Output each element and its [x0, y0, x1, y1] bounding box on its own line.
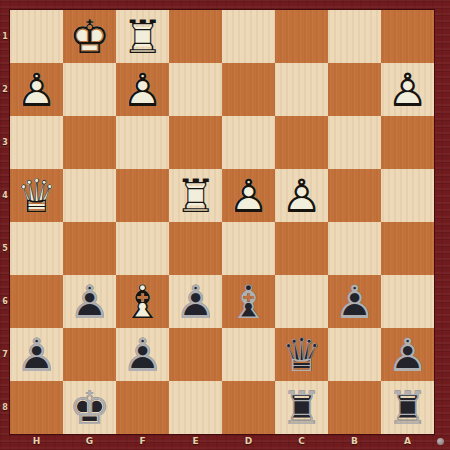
- square-c5[interactable]: [275, 222, 328, 275]
- black-pawn-glyph-outline: ♙: [334, 279, 375, 325]
- square-g1[interactable]: ♚♔: [63, 10, 116, 63]
- square-g6[interactable]: ♟♙: [63, 275, 116, 328]
- square-b8[interactable]: [328, 381, 381, 434]
- white-bishop-glyph-outline: ♗: [122, 279, 163, 325]
- square-d4[interactable]: ♟♙: [222, 169, 275, 222]
- file-label-b: B: [328, 434, 381, 450]
- square-e3[interactable]: [169, 116, 222, 169]
- square-b1[interactable]: [328, 10, 381, 63]
- square-b4[interactable]: [328, 169, 381, 222]
- piece-black-bishop[interactable]: ♝♗: [222, 275, 275, 328]
- square-f4[interactable]: [116, 169, 169, 222]
- square-e4[interactable]: ♜♖: [169, 169, 222, 222]
- white-rook-glyph-outline: ♖: [122, 14, 163, 60]
- square-b7[interactable]: [328, 328, 381, 381]
- square-e6[interactable]: ♟♙: [169, 275, 222, 328]
- file-label-d: D: [222, 434, 275, 450]
- square-c6[interactable]: [275, 275, 328, 328]
- piece-white-pawn[interactable]: ♟♙: [381, 63, 434, 116]
- rank-label-7: 7: [0, 328, 10, 381]
- square-b3[interactable]: [328, 116, 381, 169]
- square-g2[interactable]: [63, 63, 116, 116]
- square-f8[interactable]: [116, 381, 169, 434]
- piece-white-pawn[interactable]: ♟♙: [222, 169, 275, 222]
- rank-label-3: 3: [0, 116, 10, 169]
- square-f6[interactable]: ♝♗: [116, 275, 169, 328]
- piece-black-pawn[interactable]: ♟♙: [10, 328, 63, 381]
- square-d1[interactable]: [222, 10, 275, 63]
- white-queen-glyph-outline: ♕: [16, 173, 57, 219]
- square-a6[interactable]: [381, 275, 434, 328]
- file-label-h: H: [10, 434, 63, 450]
- square-e8[interactable]: [169, 381, 222, 434]
- piece-white-pawn[interactable]: ♟♙: [116, 63, 169, 116]
- file-label-f: F: [116, 434, 169, 450]
- square-c4[interactable]: ♟♙: [275, 169, 328, 222]
- piece-white-rook[interactable]: ♜♖: [169, 169, 222, 222]
- piece-black-rook[interactable]: ♜♖: [381, 381, 434, 434]
- square-g8[interactable]: ♚♔: [63, 381, 116, 434]
- square-a3[interactable]: [381, 116, 434, 169]
- white-pawn-glyph-outline: ♙: [281, 173, 322, 219]
- square-g4[interactable]: [63, 169, 116, 222]
- square-h2[interactable]: ♟♙: [10, 63, 63, 116]
- square-g5[interactable]: [63, 222, 116, 275]
- rank-label-8: 8: [0, 381, 10, 434]
- rank-label-4: 4: [0, 169, 10, 222]
- file-label-e: E: [169, 434, 222, 450]
- square-d2[interactable]: [222, 63, 275, 116]
- square-g7[interactable]: [63, 328, 116, 381]
- piece-black-queen[interactable]: ♛♕: [275, 328, 328, 381]
- square-d5[interactable]: [222, 222, 275, 275]
- piece-black-pawn[interactable]: ♟♙: [63, 275, 116, 328]
- square-h4[interactable]: ♛♕: [10, 169, 63, 222]
- square-h6[interactable]: [10, 275, 63, 328]
- black-pawn-glyph-outline: ♙: [69, 279, 110, 325]
- square-f2[interactable]: ♟♙: [116, 63, 169, 116]
- black-pawn-glyph-outline: ♙: [387, 332, 428, 378]
- square-d6[interactable]: ♝♗: [222, 275, 275, 328]
- square-e2[interactable]: [169, 63, 222, 116]
- file-label-g: G: [63, 434, 116, 450]
- square-h1[interactable]: [10, 10, 63, 63]
- square-a5[interactable]: [381, 222, 434, 275]
- square-g3[interactable]: [63, 116, 116, 169]
- square-e7[interactable]: [169, 328, 222, 381]
- white-king-glyph-outline: ♔: [69, 14, 110, 60]
- black-bishop-glyph-outline: ♗: [228, 279, 269, 325]
- file-label-c: C: [275, 434, 328, 450]
- square-f3[interactable]: [116, 116, 169, 169]
- square-a8[interactable]: ♜♖: [381, 381, 434, 434]
- square-d7[interactable]: [222, 328, 275, 381]
- square-h5[interactable]: [10, 222, 63, 275]
- square-a7[interactable]: ♟♙: [381, 328, 434, 381]
- black-pawn-glyph-outline: ♙: [175, 279, 216, 325]
- rank-label-2: 2: [0, 63, 10, 116]
- black-pawn-glyph-outline: ♙: [122, 332, 163, 378]
- rank-label-1: 1: [0, 10, 10, 63]
- square-b2[interactable]: [328, 63, 381, 116]
- piece-white-pawn[interactable]: ♟♙: [10, 63, 63, 116]
- square-a4[interactable]: [381, 169, 434, 222]
- black-rook-glyph-outline: ♖: [387, 385, 428, 431]
- square-b6[interactable]: ♟♙: [328, 275, 381, 328]
- white-pawn-glyph-outline: ♙: [228, 173, 269, 219]
- square-c8[interactable]: ♜♖: [275, 381, 328, 434]
- piece-white-pawn[interactable]: ♟♙: [275, 169, 328, 222]
- corner-dot: [437, 438, 444, 445]
- square-h3[interactable]: [10, 116, 63, 169]
- white-pawn-glyph-outline: ♙: [16, 67, 57, 113]
- square-d3[interactable]: [222, 116, 275, 169]
- piece-black-pawn[interactable]: ♟♙: [169, 275, 222, 328]
- square-b5[interactable]: [328, 222, 381, 275]
- piece-black-rook[interactable]: ♜♖: [275, 381, 328, 434]
- square-c2[interactable]: [275, 63, 328, 116]
- piece-black-king[interactable]: ♚♔: [63, 381, 116, 434]
- piece-white-bishop[interactable]: ♝♗: [116, 275, 169, 328]
- chessboard-frame: ♚♔♜♖♟♙♟♙♟♙♛♕♜♖♟♙♟♙♟♙♝♗♟♙♝♗♟♙♟♙♟♙♛♕♟♙♚♔♜♖…: [0, 0, 450, 450]
- square-e1[interactable]: [169, 10, 222, 63]
- square-c7[interactable]: ♛♕: [275, 328, 328, 381]
- rank-label-5: 5: [0, 222, 10, 275]
- piece-black-pawn[interactable]: ♟♙: [381, 328, 434, 381]
- square-a1[interactable]: [381, 10, 434, 63]
- square-d8[interactable]: [222, 381, 275, 434]
- rank-label-6: 6: [0, 275, 10, 328]
- square-c1[interactable]: [275, 10, 328, 63]
- black-king-glyph-outline: ♔: [69, 385, 110, 431]
- black-rook-glyph-outline: ♖: [281, 385, 322, 431]
- square-e5[interactable]: [169, 222, 222, 275]
- black-queen-glyph-outline: ♕: [281, 332, 322, 378]
- chessboard: ♚♔♜♖♟♙♟♙♟♙♛♕♜♖♟♙♟♙♟♙♝♗♟♙♝♗♟♙♟♙♟♙♛♕♟♙♚♔♜♖…: [10, 10, 434, 434]
- piece-black-pawn[interactable]: ♟♙: [328, 275, 381, 328]
- square-f7[interactable]: ♟♙: [116, 328, 169, 381]
- square-h7[interactable]: ♟♙: [10, 328, 63, 381]
- white-pawn-glyph-outline: ♙: [387, 67, 428, 113]
- piece-white-rook[interactable]: ♜♖: [116, 10, 169, 63]
- piece-white-queen[interactable]: ♛♕: [10, 169, 63, 222]
- white-rook-glyph-outline: ♖: [175, 173, 216, 219]
- square-f5[interactable]: [116, 222, 169, 275]
- piece-white-king[interactable]: ♚♔: [63, 10, 116, 63]
- square-a2[interactable]: ♟♙: [381, 63, 434, 116]
- square-c3[interactable]: [275, 116, 328, 169]
- piece-black-pawn[interactable]: ♟♙: [116, 328, 169, 381]
- black-pawn-glyph-outline: ♙: [16, 332, 57, 378]
- white-pawn-glyph-outline: ♙: [122, 67, 163, 113]
- square-h8[interactable]: [10, 381, 63, 434]
- file-label-a: A: [381, 434, 434, 450]
- square-f1[interactable]: ♜♖: [116, 10, 169, 63]
